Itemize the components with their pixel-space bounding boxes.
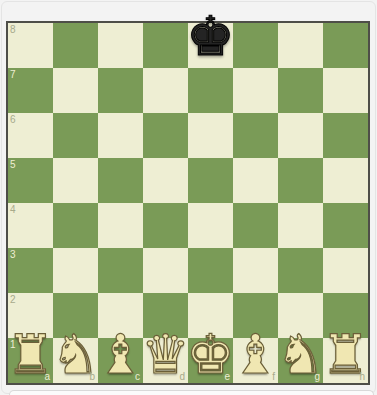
square-h7[interactable] [323, 68, 368, 113]
square-g7[interactable] [278, 68, 323, 113]
square-a3[interactable]: 3 [8, 248, 53, 293]
square-e4[interactable] [188, 203, 233, 248]
square-f8[interactable] [233, 23, 278, 68]
file-label-g: g [314, 372, 320, 382]
square-c3[interactable] [98, 248, 143, 293]
square-g1[interactable]: g♞ [278, 338, 323, 383]
square-c7[interactable] [98, 68, 143, 113]
square-f1[interactable]: f♝ [233, 338, 278, 383]
square-f6[interactable] [233, 113, 278, 158]
square-c8[interactable] [98, 23, 143, 68]
square-e3[interactable] [188, 248, 233, 293]
square-d6[interactable] [143, 113, 188, 158]
rank-label-4: 4 [10, 205, 16, 215]
file-label-d: d [179, 372, 185, 382]
square-d5[interactable] [143, 158, 188, 203]
file-label-c: c [135, 372, 140, 382]
square-f7[interactable] [233, 68, 278, 113]
square-b5[interactable] [53, 158, 98, 203]
file-label-a: a [44, 372, 50, 382]
square-g5[interactable] [278, 158, 323, 203]
file-label-e: e [224, 372, 230, 382]
square-e6[interactable] [188, 113, 233, 158]
square-b6[interactable] [53, 113, 98, 158]
square-a8[interactable]: 8 [8, 23, 53, 68]
square-c4[interactable] [98, 203, 143, 248]
square-f4[interactable] [233, 203, 278, 248]
square-h6[interactable] [323, 113, 368, 158]
square-b4[interactable] [53, 203, 98, 248]
rank-label-7: 7 [10, 70, 16, 80]
square-c5[interactable] [98, 158, 143, 203]
rank-label-1: 1 [10, 340, 16, 350]
square-h1[interactable]: h♜ [323, 338, 368, 383]
square-c6[interactable] [98, 113, 143, 158]
rank-label-8: 8 [10, 25, 16, 35]
piece-black-king[interactable]: ♚ [186, 10, 234, 64]
square-a5[interactable]: 5 [8, 158, 53, 203]
chess-board: 8♚7654321a♜b♞c♝d♛e♚f♝g♞h♜ [6, 21, 370, 385]
rank-label-5: 5 [10, 160, 16, 170]
square-h8[interactable] [323, 23, 368, 68]
square-a4[interactable]: 4 [8, 203, 53, 248]
square-e5[interactable] [188, 158, 233, 203]
square-d4[interactable] [143, 203, 188, 248]
square-d8[interactable] [143, 23, 188, 68]
rank-label-3: 3 [10, 250, 16, 260]
square-a7[interactable]: 7 [8, 68, 53, 113]
square-b1[interactable]: b♞ [53, 338, 98, 383]
square-g8[interactable] [278, 23, 323, 68]
square-e1[interactable]: e♚ [188, 338, 233, 383]
square-a1[interactable]: 1a♜ [8, 338, 53, 383]
square-g3[interactable] [278, 248, 323, 293]
square-d1[interactable]: d♛ [143, 338, 188, 383]
square-d7[interactable] [143, 68, 188, 113]
square-b7[interactable] [53, 68, 98, 113]
square-c1[interactable]: c♝ [98, 338, 143, 383]
square-d3[interactable] [143, 248, 188, 293]
square-a6[interactable]: 6 [8, 113, 53, 158]
bottom-panel-edge [9, 390, 374, 395]
square-h3[interactable] [323, 248, 368, 293]
rank-label-6: 6 [10, 115, 16, 125]
square-e8[interactable]: ♚ [188, 23, 233, 68]
square-b8[interactable] [53, 23, 98, 68]
square-h5[interactable] [323, 158, 368, 203]
square-f3[interactable] [233, 248, 278, 293]
square-g4[interactable] [278, 203, 323, 248]
square-g6[interactable] [278, 113, 323, 158]
file-label-f: f [272, 372, 275, 382]
file-label-h: h [359, 372, 365, 382]
rank-label-2: 2 [10, 295, 16, 305]
square-e7[interactable] [188, 68, 233, 113]
square-f5[interactable] [233, 158, 278, 203]
square-b3[interactable] [53, 248, 98, 293]
file-label-b: b [89, 372, 95, 382]
square-h4[interactable] [323, 203, 368, 248]
